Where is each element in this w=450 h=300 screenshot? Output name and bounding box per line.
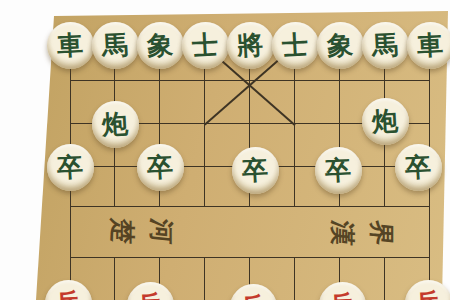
piece-character: 兵 bbox=[239, 293, 266, 300]
piece-black-horse-left[interactable]: 馬 bbox=[92, 22, 139, 69]
piece-black-soldier-7[interactable]: 卒 bbox=[315, 147, 362, 194]
piece-black-soldier-9[interactable]: 卒 bbox=[395, 144, 442, 191]
piece-character: 卒 bbox=[56, 153, 83, 180]
piece-black-cannon-right[interactable]: 炮 bbox=[362, 98, 409, 145]
board-cell bbox=[205, 207, 250, 258]
piece-black-elephant-left[interactable]: 象 bbox=[137, 22, 184, 69]
piece-character: 兵 bbox=[328, 291, 355, 300]
piece-character: 卒 bbox=[241, 156, 268, 183]
piece-character: 士 bbox=[191, 31, 218, 58]
river-character: 河 bbox=[146, 214, 176, 247]
river-label-han-jie: 漢界 bbox=[327, 218, 396, 248]
piece-character: 兵 bbox=[414, 289, 441, 300]
piece-character: 士 bbox=[281, 31, 308, 58]
piece-character: 炮 bbox=[101, 110, 128, 137]
piece-character: 兵 bbox=[54, 289, 81, 300]
piece-character: 象 bbox=[326, 31, 353, 58]
piece-black-chariot-left[interactable]: 車 bbox=[47, 22, 94, 69]
river-character: 楚 bbox=[107, 214, 137, 247]
piece-character: 馬 bbox=[371, 31, 398, 58]
river-character: 界 bbox=[366, 216, 396, 249]
piece-black-advisor-right[interactable]: 士 bbox=[272, 22, 319, 69]
xiangqi-photo: 楚河 漢界 車馬象士將士象馬車炮炮卒卒卒卒卒兵兵兵兵兵 bbox=[0, 0, 450, 300]
piece-black-soldier-1[interactable]: 卒 bbox=[47, 144, 94, 191]
piece-black-elephant-right[interactable]: 象 bbox=[317, 22, 364, 69]
piece-black-horse-right[interactable]: 馬 bbox=[362, 22, 409, 69]
piece-black-chariot-right[interactable]: 車 bbox=[407, 22, 450, 69]
piece-character: 象 bbox=[146, 31, 173, 58]
board-cell bbox=[160, 81, 205, 124]
piece-black-soldier-3[interactable]: 卒 bbox=[137, 144, 184, 191]
board-cell bbox=[295, 81, 340, 124]
piece-black-cannon-left[interactable]: 炮 bbox=[92, 101, 139, 148]
piece-black-general[interactable]: 將 bbox=[227, 22, 274, 69]
piece-character: 將 bbox=[236, 31, 263, 58]
piece-black-soldier-5[interactable]: 卒 bbox=[232, 147, 279, 194]
piece-black-advisor-left[interactable]: 士 bbox=[182, 22, 229, 69]
piece-character: 車 bbox=[416, 31, 443, 58]
piece-character: 炮 bbox=[371, 107, 398, 134]
piece-character: 卒 bbox=[146, 153, 173, 180]
river-label-chu-he: 楚河 bbox=[107, 216, 176, 246]
piece-character: 卒 bbox=[324, 156, 351, 183]
river-character: 漢 bbox=[327, 216, 357, 249]
piece-character: 車 bbox=[56, 31, 83, 58]
piece-character: 馬 bbox=[101, 31, 128, 58]
piece-character: 卒 bbox=[404, 153, 431, 180]
piece-character: 兵 bbox=[136, 291, 163, 300]
board-cell bbox=[250, 207, 295, 258]
